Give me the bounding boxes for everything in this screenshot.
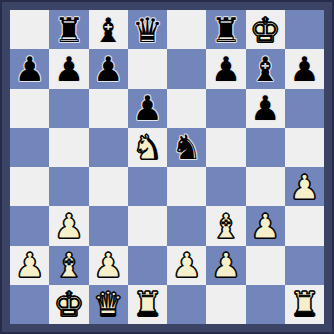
square-g6[interactable]: ♟ xyxy=(246,89,285,128)
square-b1[interactable]: ♚ xyxy=(49,285,88,324)
square-g2[interactable] xyxy=(246,246,285,285)
black-pawn: ♟ xyxy=(289,52,319,86)
white-rook: ♜ xyxy=(132,287,162,321)
square-b4[interactable] xyxy=(49,167,88,206)
black-pawn: ♟ xyxy=(211,52,241,86)
square-c3[interactable] xyxy=(89,206,128,245)
black-knight: ♞ xyxy=(171,130,201,164)
square-e6[interactable] xyxy=(167,89,206,128)
square-c6[interactable] xyxy=(89,89,128,128)
white-bishop: ♝ xyxy=(54,248,84,282)
square-c4[interactable] xyxy=(89,167,128,206)
black-bishop: ♝ xyxy=(93,13,123,47)
square-c1[interactable]: ♛ xyxy=(89,285,128,324)
black-pawn: ♟ xyxy=(54,52,84,86)
square-d2[interactable] xyxy=(128,246,167,285)
square-f6[interactable] xyxy=(206,89,245,128)
square-h7[interactable]: ♟ xyxy=(285,49,324,88)
square-h4[interactable]: ♟ xyxy=(285,167,324,206)
square-a1[interactable] xyxy=(10,285,49,324)
square-h5[interactable] xyxy=(285,128,324,167)
square-b2[interactable]: ♝ xyxy=(49,246,88,285)
square-a3[interactable] xyxy=(10,206,49,245)
square-c5[interactable] xyxy=(89,128,128,167)
square-g8[interactable]: ♚ xyxy=(246,10,285,49)
square-d4[interactable] xyxy=(128,167,167,206)
chess-board-frame: ♜♝♛♜♚♟♟♟♟♝♟♟♟♞♞♟♟♝♟♟♝♟♟♟♚♛♜♜ xyxy=(0,0,334,334)
square-h8[interactable] xyxy=(285,10,324,49)
white-king: ♚ xyxy=(250,13,280,47)
white-pawn: ♟ xyxy=(171,248,201,282)
square-f5[interactable] xyxy=(206,128,245,167)
square-d3[interactable] xyxy=(128,206,167,245)
square-a4[interactable] xyxy=(10,167,49,206)
square-b7[interactable]: ♟ xyxy=(49,49,88,88)
white-pawn: ♟ xyxy=(211,248,241,282)
black-pawn: ♟ xyxy=(250,91,280,125)
square-f1[interactable] xyxy=(206,285,245,324)
white-pawn: ♟ xyxy=(54,209,84,243)
square-e8[interactable] xyxy=(167,10,206,49)
square-c8[interactable]: ♝ xyxy=(89,10,128,49)
square-d6[interactable]: ♟ xyxy=(128,89,167,128)
white-pawn: ♟ xyxy=(250,209,280,243)
black-queen: ♛ xyxy=(132,13,162,47)
square-g7[interactable]: ♝ xyxy=(246,49,285,88)
square-g1[interactable] xyxy=(246,285,285,324)
white-pawn: ♟ xyxy=(14,248,44,282)
square-a7[interactable]: ♟ xyxy=(10,49,49,88)
square-h3[interactable] xyxy=(285,206,324,245)
square-f8[interactable]: ♜ xyxy=(206,10,245,49)
square-a5[interactable] xyxy=(10,128,49,167)
square-h6[interactable] xyxy=(285,89,324,128)
square-a8[interactable] xyxy=(10,10,49,49)
square-e5[interactable]: ♞ xyxy=(167,128,206,167)
square-e2[interactable]: ♟ xyxy=(167,246,206,285)
square-d8[interactable]: ♛ xyxy=(128,10,167,49)
square-g3[interactable]: ♟ xyxy=(246,206,285,245)
square-h1[interactable]: ♜ xyxy=(285,285,324,324)
square-g5[interactable] xyxy=(246,128,285,167)
black-rook: ♜ xyxy=(54,13,84,47)
black-rook: ♜ xyxy=(211,13,241,47)
square-f4[interactable] xyxy=(206,167,245,206)
square-e1[interactable] xyxy=(167,285,206,324)
white-queen: ♛ xyxy=(93,287,123,321)
white-king: ♚ xyxy=(54,287,84,321)
square-d5[interactable]: ♞ xyxy=(128,128,167,167)
square-c7[interactable]: ♟ xyxy=(89,49,128,88)
square-b6[interactable] xyxy=(49,89,88,128)
white-bishop: ♝ xyxy=(211,209,241,243)
square-b8[interactable]: ♜ xyxy=(49,10,88,49)
square-f7[interactable]: ♟ xyxy=(206,49,245,88)
square-e4[interactable] xyxy=(167,167,206,206)
black-pawn: ♟ xyxy=(132,91,162,125)
square-e7[interactable] xyxy=(167,49,206,88)
square-d7[interactable] xyxy=(128,49,167,88)
square-a2[interactable]: ♟ xyxy=(10,246,49,285)
square-d1[interactable]: ♜ xyxy=(128,285,167,324)
square-f2[interactable]: ♟ xyxy=(206,246,245,285)
square-b5[interactable] xyxy=(49,128,88,167)
square-e3[interactable] xyxy=(167,206,206,245)
white-pawn: ♟ xyxy=(289,170,319,204)
black-pawn: ♟ xyxy=(14,52,44,86)
chess-board: ♜♝♛♜♚♟♟♟♟♝♟♟♟♞♞♟♟♝♟♟♝♟♟♟♚♛♜♜ xyxy=(10,10,324,324)
white-knight: ♞ xyxy=(132,130,162,164)
white-rook: ♜ xyxy=(289,287,319,321)
square-h2[interactable] xyxy=(285,246,324,285)
black-pawn: ♟ xyxy=(93,52,123,86)
square-g4[interactable] xyxy=(246,167,285,206)
square-c2[interactable]: ♟ xyxy=(89,246,128,285)
white-pawn: ♟ xyxy=(93,248,123,282)
black-bishop: ♝ xyxy=(250,52,280,86)
square-a6[interactable] xyxy=(10,89,49,128)
square-b3[interactable]: ♟ xyxy=(49,206,88,245)
square-f3[interactable]: ♝ xyxy=(206,206,245,245)
